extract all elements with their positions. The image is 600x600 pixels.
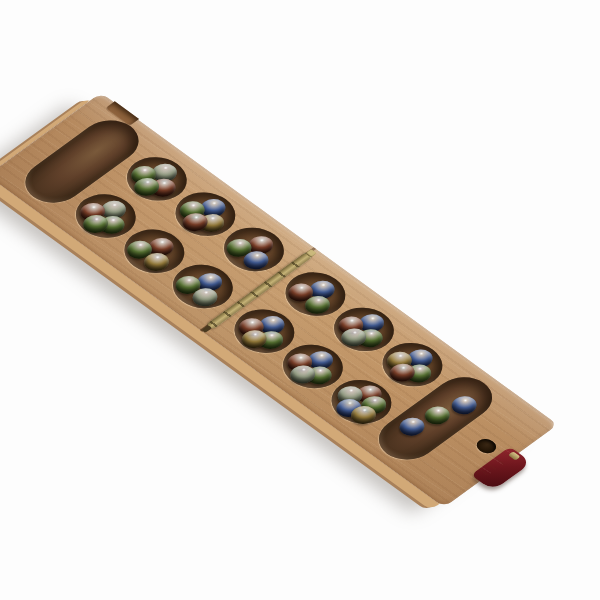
mancala-board	[0, 93, 558, 508]
red-latch[interactable]	[471, 447, 532, 491]
mancala-photo-scene	[0, 0, 600, 600]
finger-hole	[473, 436, 500, 456]
store-right[interactable]	[367, 369, 504, 469]
marble-blue	[447, 392, 482, 417]
store-left[interactable]	[13, 112, 150, 212]
marble-green	[420, 402, 455, 427]
